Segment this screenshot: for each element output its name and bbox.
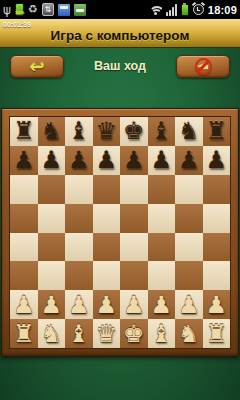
battery-icon [181, 4, 189, 16]
square-b5[interactable] [38, 204, 66, 233]
square-d3[interactable] [93, 261, 121, 290]
square-e2[interactable]: ♟ [120, 290, 148, 319]
piece-black-pawn: ♟ [178, 148, 200, 172]
square-g2[interactable]: ♟ [175, 290, 203, 319]
square-b4[interactable] [38, 233, 66, 262]
piece-white-pawn: ♟ [68, 293, 90, 317]
square-d5[interactable] [93, 204, 121, 233]
square-e3[interactable] [120, 261, 148, 290]
battery-100-label: 100% [15, 10, 24, 15]
square-g3[interactable] [175, 261, 203, 290]
square-g7[interactable]: ♟ [175, 146, 203, 175]
square-h8[interactable]: ♜ [203, 117, 231, 146]
piece-white-knight: ♞ [178, 322, 200, 346]
notification-blue-icon [58, 4, 70, 16]
undo-arrow-icon: ↩ [29, 58, 44, 76]
square-g5[interactable] [175, 204, 203, 233]
notification-green-icon [74, 4, 86, 16]
undo-button[interactable]: ↩ [10, 55, 64, 78]
square-e7[interactable]: ♟ [120, 146, 148, 175]
piece-white-pawn: ♟ [178, 293, 200, 317]
square-e5[interactable] [120, 204, 148, 233]
square-c4[interactable] [65, 233, 93, 262]
square-d2[interactable]: ♟ [93, 290, 121, 319]
toolbar: Ваш ход ↩ [0, 55, 240, 79]
square-b7[interactable]: ♟ [38, 146, 66, 175]
piece-white-bishop: ♝ [150, 322, 172, 346]
piece-black-pawn: ♟ [40, 148, 62, 172]
piece-black-pawn: ♟ [205, 148, 227, 172]
piece-white-knight: ♞ [40, 322, 62, 346]
redo-blocked-icon [195, 58, 212, 75]
square-e6[interactable] [120, 175, 148, 204]
recycle-icon: ♻ [28, 4, 38, 15]
square-b2[interactable]: ♟ [38, 290, 66, 319]
wifi-icon [149, 5, 162, 15]
square-a8[interactable]: ♜ [10, 117, 38, 146]
alarm-clock-icon [193, 4, 204, 15]
piece-black-rook: ♜ [13, 119, 35, 143]
square-h7[interactable]: ♟ [203, 146, 231, 175]
square-b1[interactable]: ♞ [38, 319, 66, 348]
square-h3[interactable] [203, 261, 231, 290]
game-timer: 00:01:39 [3, 21, 31, 28]
piece-black-pawn: ♟ [123, 148, 145, 172]
page-title: Игра с компьютером [51, 28, 190, 47]
square-f4[interactable] [148, 233, 176, 262]
square-d8[interactable]: ♛ [93, 117, 121, 146]
piece-white-pawn: ♟ [123, 293, 145, 317]
piece-black-bishop: ♝ [150, 119, 172, 143]
square-b6[interactable] [38, 175, 66, 204]
piece-white-bishop: ♝ [68, 322, 90, 346]
square-a3[interactable] [10, 261, 38, 290]
square-d7[interactable]: ♟ [93, 146, 121, 175]
usb-icon: ψ [3, 4, 11, 16]
piece-black-knight: ♞ [178, 119, 200, 143]
square-a7[interactable]: ♟ [10, 146, 38, 175]
transfer-icon: ⇅ [42, 3, 54, 16]
piece-white-rook: ♜ [205, 322, 227, 346]
piece-white-pawn: ♟ [40, 293, 62, 317]
title-bar: 00:01:39 Игра с компьютером [0, 19, 240, 48]
square-c1[interactable]: ♝ [65, 319, 93, 348]
square-h1[interactable]: ♜ [203, 319, 231, 348]
square-f6[interactable] [148, 175, 176, 204]
square-d1[interactable]: ♛ [93, 319, 121, 348]
square-g6[interactable] [175, 175, 203, 204]
piece-white-pawn: ♟ [205, 293, 227, 317]
square-a4[interactable] [10, 233, 38, 262]
square-f1[interactable]: ♝ [148, 319, 176, 348]
square-g4[interactable] [175, 233, 203, 262]
square-a5[interactable] [10, 204, 38, 233]
piece-black-pawn: ♟ [95, 148, 117, 172]
square-b8[interactable]: ♞ [38, 117, 66, 146]
piece-black-rook: ♜ [205, 119, 227, 143]
square-e8[interactable]: ♚ [120, 117, 148, 146]
square-a1[interactable]: ♜ [10, 319, 38, 348]
square-c3[interactable] [65, 261, 93, 290]
status-bar-clock: 18:09 [208, 4, 237, 16]
piece-white-rook: ♜ [13, 322, 35, 346]
square-e1[interactable]: ♚ [120, 319, 148, 348]
app-screen: ψ 100% ♻ ⇅ 18:09 00:01:39 Игра с компьют… [0, 0, 240, 400]
square-f8[interactable]: ♝ [148, 117, 176, 146]
square-a6[interactable] [10, 175, 38, 204]
piece-white-pawn: ♟ [150, 293, 172, 317]
piece-black-pawn: ♟ [150, 148, 172, 172]
square-c6[interactable] [65, 175, 93, 204]
square-h6[interactable] [203, 175, 231, 204]
piece-black-pawn: ♟ [68, 148, 90, 172]
square-f3[interactable] [148, 261, 176, 290]
square-d4[interactable] [93, 233, 121, 262]
piece-black-pawn: ♟ [13, 148, 35, 172]
square-c5[interactable] [65, 204, 93, 233]
square-h2[interactable]: ♟ [203, 290, 231, 319]
chess-board-frame: ♜♞♝♛♚♝♞♜♟♟♟♟♟♟♟♟♟♟♟♟♟♟♟♟♜♞♝♛♚♝♞♜ [1, 108, 239, 357]
piece-white-pawn: ♟ [13, 293, 35, 317]
piece-white-pawn: ♟ [95, 293, 117, 317]
square-h4[interactable] [203, 233, 231, 262]
signal-bars-icon [166, 4, 177, 16]
square-f5[interactable] [148, 204, 176, 233]
piece-black-king: ♚ [123, 119, 145, 143]
square-c8[interactable]: ♝ [65, 117, 93, 146]
square-f2[interactable]: ♟ [148, 290, 176, 319]
piece-white-queen: ♛ [95, 322, 117, 346]
status-bar: ψ 100% ♻ ⇅ 18:09 [0, 0, 240, 19]
square-g8[interactable]: ♞ [175, 117, 203, 146]
piece-black-bishop: ♝ [68, 119, 90, 143]
piece-black-knight: ♞ [40, 119, 62, 143]
chess-board-grid: ♜♞♝♛♚♝♞♜♟♟♟♟♟♟♟♟♟♟♟♟♟♟♟♟♜♞♝♛♚♝♞♜ [10, 117, 230, 348]
square-f7[interactable]: ♟ [148, 146, 176, 175]
piece-black-queen: ♛ [95, 119, 117, 143]
piece-white-king: ♚ [123, 322, 145, 346]
no-redo-button[interactable] [176, 55, 230, 78]
square-c2[interactable]: ♟ [65, 290, 93, 319]
square-g1[interactable]: ♞ [175, 319, 203, 348]
square-a2[interactable]: ♟ [10, 290, 38, 319]
battery-100-icon: 100% [15, 3, 24, 16]
square-d6[interactable] [93, 175, 121, 204]
square-b3[interactable] [38, 261, 66, 290]
square-h5[interactable] [203, 204, 231, 233]
square-e4[interactable] [120, 233, 148, 262]
square-c7[interactable]: ♟ [65, 146, 93, 175]
